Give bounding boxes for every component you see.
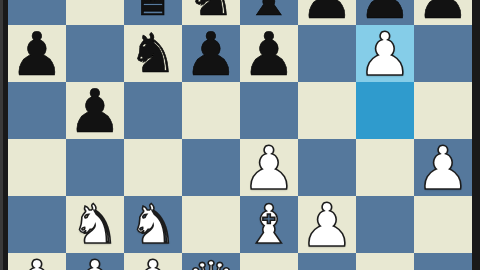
square-e5[interactable]	[240, 82, 298, 139]
square-a6[interactable]: ♟	[8, 25, 66, 82]
square-a2[interactable]: ♟	[8, 253, 66, 270]
square-a3[interactable]	[8, 196, 66, 253]
square-f6[interactable]	[298, 25, 356, 82]
square-f7[interactable]: ♟	[298, 0, 356, 25]
white-pawn-c2[interactable]: ♟	[124, 253, 182, 270]
square-h2[interactable]	[414, 253, 472, 270]
black-pawn-d6[interactable]: ♟	[182, 25, 240, 82]
square-b5[interactable]: ♟	[66, 82, 124, 139]
square-b3[interactable]: ♞	[66, 196, 124, 253]
square-f2[interactable]	[298, 253, 356, 270]
square-b6[interactable]	[66, 25, 124, 82]
white-pawn-e4[interactable]: ♟	[240, 139, 298, 196]
square-f3[interactable]: ♟	[298, 196, 356, 253]
square-e6[interactable]: ♟	[240, 25, 298, 82]
black-knight-c6[interactable]: ♞	[124, 25, 182, 82]
square-b2[interactable]: ♟	[66, 253, 124, 270]
square-h7[interactable]: ♟	[414, 0, 472, 25]
square-f4[interactable]	[298, 139, 356, 196]
chess-board: ♛♞♝♟♟♟♟♞♟♟♟♟♟♟♞♞♝♟♟♟♟♛	[8, 0, 472, 270]
white-pawn-b2[interactable]: ♟	[66, 253, 124, 270]
square-g2[interactable]	[356, 253, 414, 270]
white-knight-c3[interactable]: ♞	[124, 196, 182, 253]
square-h6[interactable]	[414, 25, 472, 82]
white-pawn-g6[interactable]: ♟	[356, 25, 414, 82]
black-pawn-a6[interactable]: ♟	[8, 25, 66, 82]
white-pawn-f3[interactable]: ♟	[298, 196, 356, 253]
square-e4[interactable]: ♟	[240, 139, 298, 196]
square-d5[interactable]	[182, 82, 240, 139]
square-a4[interactable]	[8, 139, 66, 196]
black-pawn-b5[interactable]: ♟	[66, 82, 124, 139]
square-a5[interactable]	[8, 82, 66, 139]
square-d6[interactable]: ♟	[182, 25, 240, 82]
square-d2[interactable]: ♛	[182, 253, 240, 270]
square-c4[interactable]	[124, 139, 182, 196]
square-e3[interactable]: ♝	[240, 196, 298, 253]
square-g3[interactable]	[356, 196, 414, 253]
square-h4[interactable]: ♟	[414, 139, 472, 196]
square-c2[interactable]: ♟	[124, 253, 182, 270]
chess-board-grid: ♛♞♝♟♟♟♟♞♟♟♟♟♟♟♞♞♝♟♟♟♟♛	[8, 0, 472, 270]
square-g6[interactable]: ♟	[356, 25, 414, 82]
square-e2[interactable]	[240, 253, 298, 270]
white-pawn-h4[interactable]: ♟	[414, 139, 472, 196]
square-c3[interactable]: ♞	[124, 196, 182, 253]
square-g5[interactable]	[356, 82, 414, 139]
white-bishop-e3[interactable]: ♝	[240, 196, 298, 253]
white-pawn-a2[interactable]: ♟	[8, 253, 66, 270]
black-pawn-f7[interactable]: ♟	[298, 0, 356, 25]
square-b7[interactable]	[66, 0, 124, 25]
square-h3[interactable]	[414, 196, 472, 253]
square-g4[interactable]	[356, 139, 414, 196]
white-knight-b3[interactable]: ♞	[66, 196, 124, 253]
square-c5[interactable]	[124, 82, 182, 139]
square-b4[interactable]	[66, 139, 124, 196]
black-pawn-h7[interactable]: ♟	[414, 0, 472, 25]
window-edge-strip	[0, 0, 3, 270]
square-d4[interactable]	[182, 139, 240, 196]
square-d3[interactable]	[182, 196, 240, 253]
square-f5[interactable]	[298, 82, 356, 139]
square-c6[interactable]: ♞	[124, 25, 182, 82]
black-pawn-e6[interactable]: ♟	[240, 25, 298, 82]
square-h5[interactable]	[414, 82, 472, 139]
white-queen-d2[interactable]: ♛	[182, 253, 240, 270]
